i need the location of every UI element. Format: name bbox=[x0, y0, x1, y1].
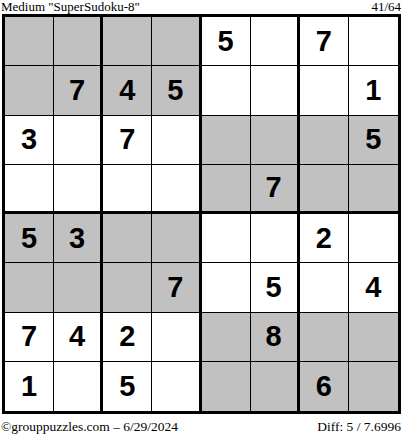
cell-r1c7[interactable]: 7 bbox=[300, 17, 349, 66]
cell-r6c4[interactable]: 7 bbox=[152, 263, 201, 312]
cell-r1c1[interactable] bbox=[5, 17, 54, 66]
cell-r6c6[interactable]: 5 bbox=[251, 263, 300, 312]
cell-r3c3[interactable]: 7 bbox=[103, 116, 152, 165]
cell-r6c1[interactable] bbox=[5, 263, 54, 312]
cell-r4c5[interactable] bbox=[202, 165, 251, 214]
cell-r7c4[interactable] bbox=[152, 313, 201, 362]
cell-r7c7[interactable] bbox=[300, 313, 349, 362]
cell-r1c5[interactable]: 5 bbox=[202, 17, 251, 66]
cell-r4c3[interactable] bbox=[103, 165, 152, 214]
cell-r3c6[interactable] bbox=[251, 116, 300, 165]
difficulty-rating: Diff: 5 / 7.6996 bbox=[317, 419, 401, 434]
cell-r8c4[interactable] bbox=[152, 362, 201, 411]
cell-r3c4[interactable] bbox=[152, 116, 201, 165]
cell-r5c4[interactable] bbox=[152, 214, 201, 263]
cell-r5c5[interactable] bbox=[202, 214, 251, 263]
cell-r1c2[interactable] bbox=[54, 17, 103, 66]
cell-r4c2[interactable] bbox=[54, 165, 103, 214]
cell-r6c8[interactable]: 4 bbox=[349, 263, 398, 312]
cell-r5c1[interactable]: 5 bbox=[5, 214, 54, 263]
copyright-credit: ©grouppuzzles.com – 6/29/2024 bbox=[1, 419, 178, 434]
cell-r2c8[interactable]: 1 bbox=[349, 66, 398, 115]
cell-r7c8[interactable] bbox=[349, 313, 398, 362]
cell-r1c8[interactable] bbox=[349, 17, 398, 66]
cell-r2c4[interactable]: 5 bbox=[152, 66, 201, 115]
cell-r4c8[interactable] bbox=[349, 165, 398, 214]
header-bar: Medium "SuperSudoku-8" 41/64 bbox=[0, 0, 403, 13]
cell-r6c7[interactable] bbox=[300, 263, 349, 312]
cell-r6c5[interactable] bbox=[202, 263, 251, 312]
cell-r5c2[interactable]: 3 bbox=[54, 214, 103, 263]
cell-r7c2[interactable]: 4 bbox=[54, 313, 103, 362]
cell-r7c3[interactable]: 2 bbox=[103, 313, 152, 362]
sudoku-grid: 57745137575327547428156 bbox=[2, 14, 401, 414]
cell-r3c2[interactable] bbox=[54, 116, 103, 165]
cell-r7c6[interactable]: 8 bbox=[251, 313, 300, 362]
cell-r1c4[interactable] bbox=[152, 17, 201, 66]
cell-r5c7[interactable]: 2 bbox=[300, 214, 349, 263]
puzzle-title: Medium "SuperSudoku-8" bbox=[1, 0, 140, 13]
cell-r8c1[interactable]: 1 bbox=[5, 362, 54, 411]
cell-r2c5[interactable] bbox=[202, 66, 251, 115]
cell-r7c1[interactable]: 7 bbox=[5, 313, 54, 362]
cell-r4c7[interactable] bbox=[300, 165, 349, 214]
cell-r1c3[interactable] bbox=[103, 17, 152, 66]
cell-r4c1[interactable] bbox=[5, 165, 54, 214]
cell-r5c6[interactable] bbox=[251, 214, 300, 263]
footer-bar: ©grouppuzzles.com – 6/29/2024 Diff: 5 / … bbox=[0, 419, 403, 434]
cell-r8c5[interactable] bbox=[202, 362, 251, 411]
cell-r7c5[interactable] bbox=[202, 313, 251, 362]
empty-cell-counter: 41/64 bbox=[371, 0, 401, 13]
cell-r8c2[interactable] bbox=[54, 362, 103, 411]
cell-r5c8[interactable] bbox=[349, 214, 398, 263]
cell-r8c7[interactable]: 6 bbox=[300, 362, 349, 411]
cell-r3c5[interactable] bbox=[202, 116, 251, 165]
cell-r4c4[interactable] bbox=[152, 165, 201, 214]
cell-r6c3[interactable] bbox=[103, 263, 152, 312]
board-area: 57745137575327547428156 bbox=[2, 14, 401, 414]
cell-r2c3[interactable]: 4 bbox=[103, 66, 152, 115]
cell-r8c3[interactable]: 5 bbox=[103, 362, 152, 411]
cell-r8c8[interactable] bbox=[349, 362, 398, 411]
cell-r4c6[interactable]: 7 bbox=[251, 165, 300, 214]
cell-r3c8[interactable]: 5 bbox=[349, 116, 398, 165]
cell-r2c6[interactable] bbox=[251, 66, 300, 115]
cell-r5c3[interactable] bbox=[103, 214, 152, 263]
cell-r3c1[interactable]: 3 bbox=[5, 116, 54, 165]
cell-r2c2[interactable]: 7 bbox=[54, 66, 103, 115]
cell-r2c7[interactable] bbox=[300, 66, 349, 115]
cell-r3c7[interactable] bbox=[300, 116, 349, 165]
cell-r6c2[interactable] bbox=[54, 263, 103, 312]
cell-r2c1[interactable] bbox=[5, 66, 54, 115]
cell-r1c6[interactable] bbox=[251, 17, 300, 66]
cell-r8c6[interactable] bbox=[251, 362, 300, 411]
